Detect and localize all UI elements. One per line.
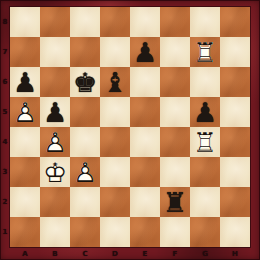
black-pawn[interactable]: ♟ bbox=[130, 37, 160, 67]
square-e2[interactable] bbox=[130, 187, 160, 217]
square-f2[interactable]: ♜ bbox=[160, 187, 190, 217]
square-c3[interactable]: ♟♙ bbox=[70, 157, 100, 187]
square-d3[interactable] bbox=[100, 157, 130, 187]
black-bishop[interactable]: ♝ bbox=[100, 67, 130, 97]
square-d6[interactable]: ♝ bbox=[100, 67, 130, 97]
square-b7[interactable] bbox=[40, 37, 70, 67]
square-c6[interactable]: ♚ bbox=[70, 67, 100, 97]
square-h7[interactable] bbox=[220, 37, 250, 67]
file-label-e: E bbox=[130, 247, 160, 260]
white-pawn[interactable]: ♟♙ bbox=[40, 127, 70, 157]
square-g8[interactable] bbox=[190, 7, 220, 37]
rank-label-6: 6 bbox=[0, 67, 10, 97]
square-d2[interactable] bbox=[100, 187, 130, 217]
square-h2[interactable] bbox=[220, 187, 250, 217]
chess-board: ♟♜♖♟♚♝♟♙♟♟♟♙♜♖♚♔♟♙♜ bbox=[10, 7, 250, 247]
square-d8[interactable] bbox=[100, 7, 130, 37]
square-b2[interactable] bbox=[40, 187, 70, 217]
square-h6[interactable] bbox=[220, 67, 250, 97]
square-e3[interactable] bbox=[130, 157, 160, 187]
square-a6[interactable]: ♟ bbox=[10, 67, 40, 97]
white-pawn[interactable]: ♟♙ bbox=[70, 157, 100, 187]
black-king[interactable]: ♚ bbox=[70, 67, 100, 97]
rank-label-8: 8 bbox=[0, 7, 10, 37]
square-d7[interactable] bbox=[100, 37, 130, 67]
white-king[interactable]: ♚♔ bbox=[40, 157, 70, 187]
square-c1[interactable] bbox=[70, 217, 100, 247]
square-b1[interactable] bbox=[40, 217, 70, 247]
square-e5[interactable] bbox=[130, 97, 160, 127]
file-label-g: G bbox=[190, 247, 220, 260]
square-f4[interactable] bbox=[160, 127, 190, 157]
square-d5[interactable] bbox=[100, 97, 130, 127]
square-f5[interactable] bbox=[160, 97, 190, 127]
white-pawn[interactable]: ♟♙ bbox=[10, 97, 40, 127]
square-c4[interactable] bbox=[70, 127, 100, 157]
square-h1[interactable] bbox=[220, 217, 250, 247]
square-h3[interactable] bbox=[220, 157, 250, 187]
file-label-d: D bbox=[100, 247, 130, 260]
rank-label-7: 7 bbox=[0, 37, 10, 67]
white-rook[interactable]: ♜♖ bbox=[190, 37, 220, 67]
rank-label-1: 1 bbox=[0, 217, 10, 247]
square-a3[interactable] bbox=[10, 157, 40, 187]
square-a7[interactable] bbox=[10, 37, 40, 67]
square-c2[interactable] bbox=[70, 187, 100, 217]
square-f7[interactable] bbox=[160, 37, 190, 67]
black-pawn[interactable]: ♟ bbox=[40, 97, 70, 127]
file-label-c: C bbox=[70, 247, 100, 260]
rank-label-4: 4 bbox=[0, 127, 10, 157]
square-g4[interactable]: ♜♖ bbox=[190, 127, 220, 157]
square-h4[interactable] bbox=[220, 127, 250, 157]
square-e1[interactable] bbox=[130, 217, 160, 247]
square-a4[interactable] bbox=[10, 127, 40, 157]
square-f1[interactable] bbox=[160, 217, 190, 247]
file-label-a: A bbox=[10, 247, 40, 260]
square-b8[interactable] bbox=[40, 7, 70, 37]
black-pawn[interactable]: ♟ bbox=[10, 67, 40, 97]
rank-label-2: 2 bbox=[0, 187, 10, 217]
black-pawn[interactable]: ♟ bbox=[190, 97, 220, 127]
file-labels: ABCDEFGH bbox=[10, 247, 250, 260]
square-b4[interactable]: ♟♙ bbox=[40, 127, 70, 157]
square-g6[interactable] bbox=[190, 67, 220, 97]
square-g1[interactable] bbox=[190, 217, 220, 247]
rank-labels: 87654321 bbox=[0, 7, 10, 247]
square-g2[interactable] bbox=[190, 187, 220, 217]
rank-label-3: 3 bbox=[0, 157, 10, 187]
rank-label-5: 5 bbox=[0, 97, 10, 127]
square-e6[interactable] bbox=[130, 67, 160, 97]
square-g7[interactable]: ♜♖ bbox=[190, 37, 220, 67]
file-label-h: H bbox=[220, 247, 250, 260]
square-c7[interactable] bbox=[70, 37, 100, 67]
square-h8[interactable] bbox=[220, 7, 250, 37]
square-f6[interactable] bbox=[160, 67, 190, 97]
square-e4[interactable] bbox=[130, 127, 160, 157]
square-g5[interactable]: ♟ bbox=[190, 97, 220, 127]
square-f3[interactable] bbox=[160, 157, 190, 187]
black-rook[interactable]: ♜ bbox=[160, 187, 190, 217]
square-a2[interactable] bbox=[10, 187, 40, 217]
chess-board-frame: 87654321 ♟♜♖♟♚♝♟♙♟♟♟♙♜♖♚♔♟♙♜ ABCDEFGH bbox=[0, 0, 260, 260]
square-a8[interactable] bbox=[10, 7, 40, 37]
file-label-f: F bbox=[160, 247, 190, 260]
square-f8[interactable] bbox=[160, 7, 190, 37]
square-h5[interactable] bbox=[220, 97, 250, 127]
square-a1[interactable] bbox=[10, 217, 40, 247]
square-b5[interactable]: ♟ bbox=[40, 97, 70, 127]
file-label-b: B bbox=[40, 247, 70, 260]
square-e7[interactable]: ♟ bbox=[130, 37, 160, 67]
square-b6[interactable] bbox=[40, 67, 70, 97]
square-d4[interactable] bbox=[100, 127, 130, 157]
square-a5[interactable]: ♟♙ bbox=[10, 97, 40, 127]
square-d1[interactable] bbox=[100, 217, 130, 247]
square-c5[interactable] bbox=[70, 97, 100, 127]
white-rook[interactable]: ♜♖ bbox=[190, 127, 220, 157]
square-g3[interactable] bbox=[190, 157, 220, 187]
square-c8[interactable] bbox=[70, 7, 100, 37]
square-e8[interactable] bbox=[130, 7, 160, 37]
square-b3[interactable]: ♚♔ bbox=[40, 157, 70, 187]
